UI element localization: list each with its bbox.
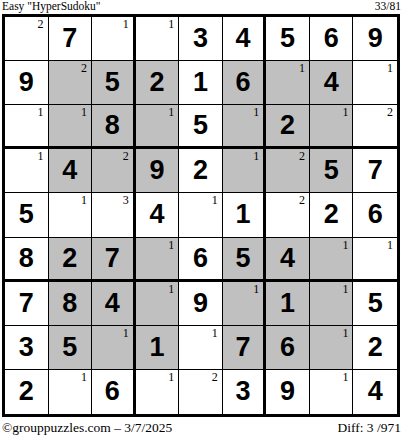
given-digit: 4 xyxy=(324,69,339,96)
footer: ©grouppuzzles.com – 3/7/2025 Diff: 3 /97… xyxy=(2,421,401,435)
candidate-count-mark: 1 xyxy=(212,327,218,340)
cell-r4c3[interactable]: 2 xyxy=(92,149,136,193)
cell-r7c2[interactable]: 8 xyxy=(49,282,93,326)
candidate-count-mark: 1 xyxy=(81,106,87,119)
cell-r4c8[interactable]: 5 xyxy=(310,149,354,193)
given-digit: 8 xyxy=(62,290,77,317)
cell-r5c3[interactable]: 3 xyxy=(92,193,136,237)
given-digit: 3 xyxy=(193,25,208,52)
cell-r3c7[interactable]: 2 xyxy=(266,105,310,149)
candidate-count-mark: 1 xyxy=(342,371,348,384)
given-digit: 1 xyxy=(149,334,164,361)
cell-r5c5[interactable]: 1 xyxy=(179,193,223,237)
cell-r1c9[interactable]: 9 xyxy=(353,17,397,61)
given-digit: 5 xyxy=(105,69,120,96)
cell-r4c6[interactable]: 1 xyxy=(223,149,267,193)
given-digit: 2 xyxy=(368,334,383,361)
given-digit: 5 xyxy=(193,112,208,139)
candidate-count-mark: 1 xyxy=(168,18,174,31)
cell-r4c7[interactable]: 2 xyxy=(266,149,310,193)
cell-r8c9[interactable]: 2 xyxy=(353,326,397,370)
cell-r4c4[interactable]: 9 xyxy=(136,149,180,193)
candidate-count-mark: 2 xyxy=(387,106,393,119)
cell-r6c8[interactable]: 1 xyxy=(310,238,354,282)
cell-r5c8[interactable]: 2 xyxy=(310,193,354,237)
cell-r5c6[interactable]: 1 xyxy=(223,193,267,237)
sudoku-grid: 2711345699252161411181512121429212575134… xyxy=(2,14,400,417)
candidate-count-mark: 1 xyxy=(123,327,129,340)
given-digit: 1 xyxy=(236,201,251,228)
cell-r1c8[interactable]: 6 xyxy=(310,17,354,61)
given-digit: 4 xyxy=(62,157,77,184)
candidate-count-mark: 2 xyxy=(299,150,305,163)
cell-r2c5[interactable]: 1 xyxy=(179,61,223,105)
given-digit: 6 xyxy=(280,334,295,361)
candidate-count-mark: 1 xyxy=(168,371,174,384)
candidate-count-mark: 1 xyxy=(168,283,174,296)
candidate-count-mark: 2 xyxy=(299,194,305,207)
given-digit: 8 xyxy=(105,112,120,139)
given-digit: 3 xyxy=(19,334,34,361)
cell-r3c2[interactable]: 1 xyxy=(49,105,93,149)
candidate-count-mark: 1 xyxy=(38,150,44,163)
candidate-count-mark: 1 xyxy=(342,106,348,119)
candidate-count-mark: 2 xyxy=(81,62,87,75)
given-digit: 8 xyxy=(19,245,34,272)
cell-r1c4[interactable]: 1 xyxy=(136,17,180,61)
cell-r9c7[interactable]: 9 xyxy=(266,370,310,414)
puzzle-page: Easy "HyperSudoku" 33/81 271134569925216… xyxy=(0,0,402,437)
cell-r6c6[interactable]: 5 xyxy=(223,238,267,282)
candidate-count-mark: 2 xyxy=(38,18,44,31)
cell-r9c9[interactable]: 4 xyxy=(353,370,397,414)
given-digit: 5 xyxy=(62,334,77,361)
cell-r7c6[interactable]: 1 xyxy=(223,282,267,326)
difficulty-label: Diff: 3 /971 xyxy=(338,421,402,435)
given-digit: 6 xyxy=(368,201,383,228)
cell-r7c5[interactable]: 9 xyxy=(179,282,223,326)
cell-r4c1[interactable]: 1 xyxy=(5,149,49,193)
cell-r6c5[interactable]: 6 xyxy=(179,238,223,282)
given-digit: 9 xyxy=(193,290,208,317)
cell-r9c6[interactable]: 3 xyxy=(223,370,267,414)
cell-r3c6[interactable]: 1 xyxy=(223,105,267,149)
cell-r2c3[interactable]: 5 xyxy=(92,61,136,105)
cell-r3c8[interactable]: 1 xyxy=(310,105,354,149)
given-digit: 9 xyxy=(149,157,164,184)
given-digit: 6 xyxy=(324,25,339,52)
copyright-date: ©grouppuzzles.com – 3/7/2025 xyxy=(2,421,172,435)
given-digit: 3 xyxy=(236,378,251,405)
cell-r9c2[interactable]: 1 xyxy=(49,370,93,414)
cell-r8c4[interactable]: 1 xyxy=(136,326,180,370)
candidate-count-mark: 1 xyxy=(123,18,129,31)
cell-r3c9[interactable]: 2 xyxy=(353,105,397,149)
candidate-count-mark: 1 xyxy=(387,239,393,252)
candidate-count-mark: 1 xyxy=(168,106,174,119)
header: Easy "HyperSudoku" 33/81 xyxy=(2,0,401,13)
cell-r8c6[interactable]: 7 xyxy=(223,326,267,370)
cell-r1c5[interactable]: 3 xyxy=(179,17,223,61)
given-digit: 9 xyxy=(19,69,34,96)
cell-r6c4[interactable]: 1 xyxy=(136,238,180,282)
given-digit: 4 xyxy=(368,378,383,405)
candidate-count-mark: 1 xyxy=(81,194,87,207)
cell-r1c2[interactable]: 7 xyxy=(49,17,93,61)
cell-r2c4[interactable]: 2 xyxy=(136,61,180,105)
given-digit: 1 xyxy=(280,290,295,317)
cell-r3c1[interactable]: 1 xyxy=(5,105,49,149)
given-digit: 2 xyxy=(62,245,77,272)
cell-r6c3[interactable]: 7 xyxy=(92,238,136,282)
given-digit: 6 xyxy=(236,69,251,96)
given-digit: 4 xyxy=(236,25,251,52)
candidate-count-mark: 1 xyxy=(38,106,44,119)
candidate-count-mark: 3 xyxy=(123,194,129,207)
cell-r8c7[interactable]: 6 xyxy=(266,326,310,370)
cell-r3c4[interactable]: 1 xyxy=(136,105,180,149)
candidate-count-mark: 1 xyxy=(253,150,259,163)
cell-r6c1[interactable]: 8 xyxy=(5,238,49,282)
cell-r4c2[interactable]: 4 xyxy=(49,149,93,193)
cell-r8c8[interactable]: 1 xyxy=(310,326,354,370)
given-digit: 1 xyxy=(193,69,208,96)
cell-r9c1[interactable]: 2 xyxy=(5,370,49,414)
cell-r4c9[interactable]: 7 xyxy=(353,149,397,193)
cell-r6c9[interactable]: 1 xyxy=(353,238,397,282)
given-digit: 4 xyxy=(149,201,164,228)
cell-r2c6[interactable]: 6 xyxy=(223,61,267,105)
cell-r8c2[interactable]: 5 xyxy=(49,326,93,370)
cell-r8c5[interactable]: 1 xyxy=(179,326,223,370)
cell-r5c2[interactable]: 1 xyxy=(49,193,93,237)
cell-r7c7[interactable]: 1 xyxy=(266,282,310,326)
cell-r1c1[interactable]: 2 xyxy=(5,17,49,61)
given-digit: 5 xyxy=(19,201,34,228)
cell-r5c4[interactable]: 4 xyxy=(136,193,180,237)
given-digit: 2 xyxy=(324,201,339,228)
given-digit: 5 xyxy=(324,157,339,184)
given-digit: 6 xyxy=(105,378,120,405)
cell-r4c5[interactable]: 2 xyxy=(179,149,223,193)
candidate-count-mark: 1 xyxy=(342,283,348,296)
given-digit: 5 xyxy=(236,245,251,272)
cell-r2c2[interactable]: 2 xyxy=(49,61,93,105)
given-digit: 9 xyxy=(280,378,295,405)
cell-r1c3[interactable]: 1 xyxy=(92,17,136,61)
candidate-count-mark: 2 xyxy=(123,150,129,163)
given-digit: 5 xyxy=(280,25,295,52)
cell-r2c1[interactable]: 9 xyxy=(5,61,49,105)
given-digit: 7 xyxy=(62,25,77,52)
candidate-count-mark: 1 xyxy=(212,194,218,207)
candidate-count-mark: 1 xyxy=(342,327,348,340)
candidate-count-mark: 1 xyxy=(253,106,259,119)
candidate-count-mark: 1 xyxy=(168,239,174,252)
cells-remaining-counter: 33/81 xyxy=(375,0,401,12)
given-digit: 2 xyxy=(149,69,164,96)
given-digit: 7 xyxy=(236,334,251,361)
cell-r5c7[interactable]: 2 xyxy=(266,193,310,237)
cell-r2c9[interactable]: 1 xyxy=(353,61,397,105)
cell-r1c6[interactable]: 4 xyxy=(223,17,267,61)
candidate-count-mark: 1 xyxy=(299,62,305,75)
cell-r7c3[interactable]: 4 xyxy=(92,282,136,326)
given-digit: 9 xyxy=(368,25,383,52)
given-digit: 6 xyxy=(193,245,208,272)
given-digit: 4 xyxy=(105,290,120,317)
given-digit: 2 xyxy=(193,157,208,184)
cell-r9c8[interactable]: 1 xyxy=(310,370,354,414)
given-digit: 4 xyxy=(280,245,295,272)
cell-r6c2[interactable]: 2 xyxy=(49,238,93,282)
candidate-count-mark: 1 xyxy=(342,239,348,252)
cell-r7c9[interactable]: 5 xyxy=(353,282,397,326)
given-digit: 2 xyxy=(280,112,295,139)
cell-r1c7[interactable]: 5 xyxy=(266,17,310,61)
given-digit: 7 xyxy=(105,245,120,272)
cell-r2c8[interactable]: 4 xyxy=(310,61,354,105)
cell-r3c5[interactable]: 5 xyxy=(179,105,223,149)
given-digit: 5 xyxy=(368,290,383,317)
cell-r7c4[interactable]: 1 xyxy=(136,282,180,326)
cell-r9c3[interactable]: 6 xyxy=(92,370,136,414)
cell-r6c7[interactable]: 4 xyxy=(266,238,310,282)
puzzle-title: Easy "HyperSudoku" xyxy=(2,0,101,12)
cell-r5c1[interactable]: 5 xyxy=(5,193,49,237)
candidate-count-mark: 1 xyxy=(387,62,393,75)
cell-r3c3[interactable]: 8 xyxy=(92,105,136,149)
given-digit: 7 xyxy=(19,290,34,317)
given-digit: 2 xyxy=(19,378,34,405)
cell-r9c4[interactable]: 1 xyxy=(136,370,180,414)
cell-r8c3[interactable]: 1 xyxy=(92,326,136,370)
given-digit: 7 xyxy=(368,157,383,184)
candidate-count-mark: 2 xyxy=(212,371,218,384)
cell-r8c1[interactable]: 3 xyxy=(5,326,49,370)
cell-r7c1[interactable]: 7 xyxy=(5,282,49,326)
candidate-count-mark: 1 xyxy=(253,283,259,296)
cell-r5c9[interactable]: 6 xyxy=(353,193,397,237)
candidate-count-mark: 1 xyxy=(81,371,87,384)
cell-r7c8[interactable]: 1 xyxy=(310,282,354,326)
cell-r2c7[interactable]: 1 xyxy=(266,61,310,105)
cell-r9c5[interactable]: 2 xyxy=(179,370,223,414)
